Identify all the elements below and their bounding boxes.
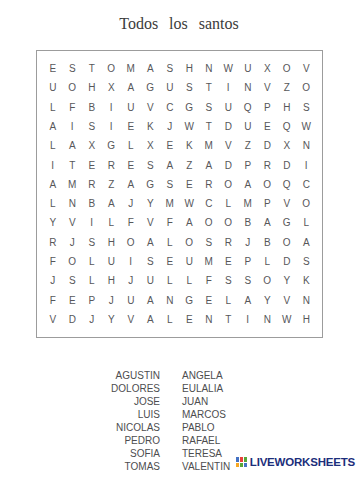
grid-cell[interactable]: M — [199, 136, 219, 155]
grid-cell[interactable]: O — [258, 175, 278, 194]
grid-cell[interactable]: B — [82, 98, 102, 117]
grid-cell[interactable]: N — [258, 310, 278, 329]
grid-cell[interactable]: T — [82, 59, 102, 78]
grid-cell[interactable]: F — [199, 271, 219, 290]
grid-cell[interactable]: E — [219, 252, 239, 271]
grid-cell[interactable]: X — [277, 136, 297, 155]
word-list-column-1: AGUSTINDOLORESJOSELUISNICOLASPEDROSOFIAT… — [80, 369, 160, 473]
grid-cell[interactable]: V — [277, 290, 297, 309]
logo-icon-square — [236, 457, 239, 462]
grid-cell[interactable]: R — [199, 175, 219, 194]
grid-cell[interactable]: O — [219, 175, 239, 194]
grid-cell[interactable]: L — [121, 136, 141, 155]
grid-cell[interactable]: L — [219, 290, 239, 309]
grid-cell[interactable]: R — [219, 233, 239, 252]
grid-cell[interactable]: J — [102, 290, 122, 309]
grid-cell[interactable]: T — [199, 117, 219, 136]
grid-cell[interactable]: S — [297, 252, 317, 271]
grid-cell[interactable]: G — [277, 213, 297, 232]
grid-cell[interactable]: A — [297, 233, 317, 252]
word-list-item: MARCOS — [182, 408, 272, 421]
grid-cell[interactable]: V — [121, 310, 141, 329]
word-list-item: EULALIA — [182, 382, 272, 395]
grid-cell[interactable]: Z — [102, 175, 122, 194]
grid-cell[interactable]: A — [141, 290, 161, 309]
grid-cell[interactable]: E — [180, 175, 200, 194]
grid-cell[interactable]: S — [160, 59, 180, 78]
word-list-item: ANGELA — [182, 369, 272, 382]
grid-cell[interactable]: A — [238, 290, 258, 309]
grid-cell[interactable]: V — [63, 213, 83, 232]
grid-cell[interactable]: E — [121, 155, 141, 174]
grid-cell[interactable]: F — [63, 98, 83, 117]
grid-cell[interactable]: W — [180, 117, 200, 136]
grid-cell[interactable]: A — [238, 175, 258, 194]
grid-cell[interactable]: U — [141, 271, 161, 290]
grid-cell[interactable]: H — [180, 59, 200, 78]
grid-cell[interactable]: P — [258, 98, 278, 117]
grid-cell[interactable]: A — [43, 175, 63, 194]
grid-cell[interactable]: J — [43, 271, 63, 290]
grid-cell[interactable]: L — [82, 252, 102, 271]
grid-cell[interactable]: U — [102, 252, 122, 271]
grid-cell[interactable]: F — [121, 213, 141, 232]
grid-cell[interactable]: S — [63, 59, 83, 78]
grid-cell[interactable]: M — [238, 194, 258, 213]
word-search-grid: ESTOMASHNWUXOVUOHXAGUSTINVZOLFBIUVCGSUQP… — [36, 50, 323, 338]
grid-cell[interactable]: D — [258, 136, 278, 155]
grid-cell[interactable]: F — [160, 213, 180, 232]
grid-cell[interactable]: U — [121, 290, 141, 309]
grid-cell[interactable]: K — [141, 117, 161, 136]
grid-cell[interactable]: X — [141, 136, 161, 155]
grid-cell[interactable]: O — [102, 59, 122, 78]
grid-cell[interactable]: Y — [43, 213, 63, 232]
grid-cell[interactable]: Y — [102, 310, 122, 329]
word-list-item: JUAN — [182, 395, 272, 408]
grid-cell[interactable]: G — [141, 78, 161, 97]
logo-icon-square — [244, 457, 247, 462]
grid-cell[interactable]: L — [258, 252, 278, 271]
grid-cell[interactable]: D — [277, 155, 297, 174]
grid-cell[interactable]: X — [258, 59, 278, 78]
grid-cell[interactable]: H — [102, 271, 122, 290]
grid-cell[interactable]: U — [121, 98, 141, 117]
word-list-item: NICOLAS — [80, 421, 160, 434]
logo-icon-square — [244, 463, 247, 468]
grid-cell[interactable]: V — [297, 59, 317, 78]
grid-cell[interactable]: A — [121, 78, 141, 97]
grid-cell[interactable]: S — [141, 252, 161, 271]
grid-cell[interactable]: M — [121, 59, 141, 78]
grid-cell[interactable]: R — [82, 175, 102, 194]
grid-cell[interactable]: A — [141, 59, 161, 78]
grid-cell[interactable]: T — [63, 155, 83, 174]
grid-cell[interactable]: J — [82, 310, 102, 329]
grid-cell[interactable]: O — [121, 233, 141, 252]
grid-cell[interactable]: D — [219, 117, 239, 136]
grid-cell[interactable]: Z — [277, 78, 297, 97]
grid-cell[interactable]: I — [238, 310, 258, 329]
grid-cell[interactable]: I — [63, 117, 83, 136]
grid-cell[interactable]: H — [277, 98, 297, 117]
grid-cell[interactable]: E — [258, 117, 278, 136]
grid-cell[interactable]: T — [219, 310, 239, 329]
grid-cell[interactable]: O — [63, 252, 83, 271]
grid-cell[interactable]: H — [297, 310, 317, 329]
grid-cell[interactable]: U — [180, 252, 200, 271]
grid-cell[interactable]: P — [238, 252, 258, 271]
grid-cell[interactable]: U — [160, 78, 180, 97]
word-list-item: DOLORES — [80, 382, 160, 395]
grid-cell[interactable]: H — [102, 233, 122, 252]
grid-cell[interactable]: Q — [277, 117, 297, 136]
grid-cell[interactable]: Y — [258, 290, 278, 309]
grid-cell[interactable]: B — [258, 233, 278, 252]
grid-cell[interactable]: L — [160, 233, 180, 252]
grid-cell[interactable]: N — [63, 194, 83, 213]
grid-cell[interactable]: O — [63, 78, 83, 97]
grid-cell[interactable]: L — [180, 271, 200, 290]
grid-cell[interactable]: L — [43, 136, 63, 155]
grid-cell[interactable]: B — [82, 194, 102, 213]
grid-cell[interactable]: C — [199, 194, 219, 213]
grid-cell[interactable]: D — [63, 310, 83, 329]
grid-cell[interactable]: R — [102, 155, 122, 174]
grid-cell[interactable]: A — [180, 213, 200, 232]
grid-cell[interactable]: A — [121, 175, 141, 194]
grid-cell[interactable]: K — [180, 136, 200, 155]
grid-cell[interactable]: Z — [180, 155, 200, 174]
page-title: Todos los santos — [0, 15, 358, 33]
grid-cell[interactable]: S — [82, 233, 102, 252]
grid-cell[interactable]: X — [82, 136, 102, 155]
grid-cell[interactable]: L — [297, 213, 317, 232]
grid-cell[interactable]: Q — [238, 98, 258, 117]
grid-cell[interactable]: O — [297, 194, 317, 213]
grid-cell[interactable]: J — [121, 271, 141, 290]
grid-cell[interactable]: E — [180, 310, 200, 329]
grid-cell[interactable]: G — [102, 136, 122, 155]
grid-cell[interactable]: M — [199, 252, 219, 271]
word-list-item: TOMAS — [80, 460, 160, 473]
grid-cell[interactable]: G — [141, 175, 161, 194]
grid-cell[interactable]: O — [180, 233, 200, 252]
grid-cell[interactable]: Z — [238, 136, 258, 155]
grid-cell[interactable]: L — [219, 194, 239, 213]
word-list-item: PEDRO — [80, 434, 160, 447]
grid-cell[interactable]: R — [43, 233, 63, 252]
grid-cell[interactable]: U — [238, 59, 258, 78]
word-list-item: LUIS — [80, 408, 160, 421]
logo-icon-square — [240, 463, 243, 468]
grid-cell[interactable]: E — [43, 59, 63, 78]
grid-cell[interactable]: N — [297, 136, 317, 155]
grid-cell[interactable]: L — [43, 98, 63, 117]
grid-cell[interactable]: E — [82, 155, 102, 174]
grid-cell[interactable]: O — [277, 233, 297, 252]
logo-icon-square — [240, 457, 243, 462]
grid-cell[interactable]: T — [199, 78, 219, 97]
grid-cell[interactable]: U — [43, 78, 63, 97]
grid-cell[interactable]: E — [160, 136, 180, 155]
grid-cell[interactable]: C — [297, 175, 317, 194]
grid-cell[interactable]: A — [141, 233, 161, 252]
grid-cell[interactable]: A — [102, 194, 122, 213]
grid-cell[interactable]: Q — [277, 175, 297, 194]
grid-cell[interactable]: S — [297, 98, 317, 117]
grid-cell[interactable]: V — [141, 98, 161, 117]
grid-cell[interactable]: V — [258, 78, 278, 97]
grid-cell[interactable]: A — [199, 155, 219, 174]
grid-cell[interactable]: S — [160, 175, 180, 194]
grid-cell[interactable]: A — [258, 213, 278, 232]
grid-cell[interactable]: P — [82, 290, 102, 309]
word-list-item: SOFIA — [80, 447, 160, 460]
grid-cell[interactable]: O — [199, 213, 219, 232]
grid-cell[interactable]: S — [180, 78, 200, 97]
grid-cell[interactable]: K — [297, 271, 317, 290]
grid-cell[interactable]: S — [82, 117, 102, 136]
grid-cell[interactable]: O — [258, 271, 278, 290]
grid-cell[interactable]: B — [238, 213, 258, 232]
grid-cell[interactable]: N — [238, 78, 258, 97]
grid-cell[interactable]: O — [277, 59, 297, 78]
grid-cell[interactable]: J — [238, 233, 258, 252]
grid-cell[interactable]: J — [160, 117, 180, 136]
grid-cell[interactable]: V — [43, 310, 63, 329]
word-list-item: JOSE — [80, 395, 160, 408]
grid-cell[interactable]: W — [297, 117, 317, 136]
grid-cell[interactable]: I — [219, 78, 239, 97]
liveworksheets-logo[interactable]: LIVEWORKSHEETS — [236, 456, 355, 468]
grid-cell[interactable]: A — [141, 310, 161, 329]
grid-cell[interactable]: S — [63, 271, 83, 290]
grid-cell[interactable]: W — [180, 194, 200, 213]
grid-cell[interactable]: L — [82, 271, 102, 290]
grid-cell[interactable]: I — [297, 155, 317, 174]
grid-cell[interactable]: A — [43, 117, 63, 136]
grid-cell[interactable]: V — [277, 194, 297, 213]
grid-cell[interactable]: U — [238, 117, 258, 136]
grid-cell[interactable]: G — [180, 98, 200, 117]
grid-cell[interactable]: H — [82, 78, 102, 97]
grid-cell[interactable]: E — [121, 117, 141, 136]
grid-cell[interactable]: I — [102, 117, 122, 136]
grid-cell[interactable]: N — [199, 59, 219, 78]
grid-cell[interactable]: D — [219, 155, 239, 174]
liveworksheets-logo-text: LIVEWORKSHEETS — [250, 456, 355, 468]
grid-cell[interactable]: S — [238, 271, 258, 290]
grid-cell[interactable]: Y — [141, 194, 161, 213]
grid-cell[interactable]: I — [43, 155, 63, 174]
word-list-item: PABLO — [182, 421, 272, 434]
grid-cell[interactable]: E — [63, 290, 83, 309]
grid-cell[interactable]: I — [102, 98, 122, 117]
grid-cell[interactable]: F — [43, 252, 63, 271]
grid-cell[interactable]: D — [277, 252, 297, 271]
logo-icon-square — [236, 463, 239, 468]
grid-cell[interactable]: V — [141, 213, 161, 232]
grid-cell[interactable]: R — [258, 155, 278, 174]
grid-cell[interactable]: U — [219, 98, 239, 117]
grid-cell[interactable]: C — [160, 98, 180, 117]
grid-cell[interactable]: S — [199, 98, 219, 117]
grid-cell[interactable]: L — [160, 310, 180, 329]
grid-cell[interactable]: W — [277, 310, 297, 329]
grid-cell[interactable]: L — [43, 194, 63, 213]
liveworksheets-grid-icon — [236, 457, 247, 467]
grid-cell[interactable]: M — [63, 175, 83, 194]
grid-cell[interactable]: I — [121, 252, 141, 271]
grid-cell[interactable]: Y — [277, 271, 297, 290]
grid-cell[interactable]: O — [297, 78, 317, 97]
grid-cell[interactable]: F — [43, 290, 63, 309]
grid-cell[interactable]: P — [258, 194, 278, 213]
word-list-item: AGUSTIN — [80, 369, 160, 382]
grid-cell[interactable]: O — [219, 213, 239, 232]
grid-cell[interactable]: S — [141, 155, 161, 174]
grid-cell[interactable]: N — [160, 290, 180, 309]
grid-cell[interactable]: N — [199, 310, 219, 329]
grid-cell[interactable]: L — [160, 271, 180, 290]
grid-cell[interactable]: N — [297, 290, 317, 309]
grid-cell[interactable]: S — [219, 271, 239, 290]
grid-cell[interactable]: G — [180, 290, 200, 309]
grid-cell[interactable]: X — [102, 78, 122, 97]
grid-cell[interactable]: I — [82, 213, 102, 232]
grid-cell[interactable]: P — [238, 155, 258, 174]
grid-cell[interactable]: E — [160, 252, 180, 271]
grid-cell[interactable]: L — [102, 213, 122, 232]
grid-cell[interactable]: E — [199, 290, 219, 309]
grid-cell[interactable]: A — [63, 136, 83, 155]
word-list-item: RAFAEL — [182, 434, 272, 447]
grid-cell[interactable]: S — [199, 233, 219, 252]
grid-cell[interactable]: J — [121, 194, 141, 213]
grid-cell[interactable]: W — [219, 59, 239, 78]
grid-cell[interactable]: M — [160, 194, 180, 213]
grid-cell[interactable]: V — [219, 136, 239, 155]
grid-cell[interactable]: A — [160, 155, 180, 174]
grid-cell[interactable]: J — [63, 233, 83, 252]
